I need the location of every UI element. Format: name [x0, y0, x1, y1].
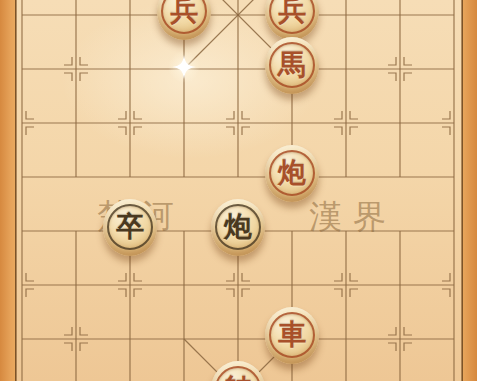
piece-disc: 炮 [265, 145, 319, 202]
piece-ring: 炮 [269, 150, 315, 196]
piece-red-soldier[interactable]: 兵 [157, 0, 211, 42]
piece-ring: 兵 [161, 0, 207, 34]
piece-disc: 卒 [103, 199, 157, 256]
piece-grid: 兵兵馬炮卒炮車帥 [0, 0, 477, 381]
piece-ring: 炮 [215, 204, 261, 250]
board-right-frame [463, 0, 477, 381]
piece-disc: 帥 [211, 361, 265, 381]
piece-disc: 炮 [211, 199, 265, 256]
piece-ring: 卒 [107, 204, 153, 250]
piece-character: 兵 [278, 0, 306, 25]
board-left-frame [0, 0, 15, 381]
xiangqi-board[interactable]: 楚河 漢界 兵兵馬炮卒炮車帥 [0, 0, 477, 381]
piece-red-king[interactable]: 帥 [211, 366, 265, 381]
piece-red-cannon[interactable]: 炮 [265, 150, 319, 204]
piece-character: 車 [278, 321, 306, 349]
piece-black-soldier[interactable]: 卒 [103, 204, 157, 258]
piece-character: 炮 [278, 159, 306, 187]
piece-disc: 馬 [265, 37, 319, 94]
piece-ring: 車 [269, 312, 315, 358]
piece-character: 兵 [170, 0, 198, 25]
piece-ring: 馬 [269, 42, 315, 88]
piece-ring: 帥 [215, 366, 261, 381]
piece-character: 帥 [224, 375, 252, 381]
piece-disc: 車 [265, 307, 319, 364]
piece-red-horse[interactable]: 馬 [265, 42, 319, 96]
piece-red-chariot[interactable]: 車 [265, 312, 319, 366]
piece-disc: 兵 [265, 0, 319, 40]
piece-character: 卒 [116, 213, 144, 241]
piece-character: 炮 [224, 213, 252, 241]
piece-disc: 兵 [157, 0, 211, 40]
piece-black-cannon[interactable]: 炮 [211, 204, 265, 258]
piece-character: 馬 [278, 51, 306, 79]
piece-ring: 兵 [269, 0, 315, 34]
